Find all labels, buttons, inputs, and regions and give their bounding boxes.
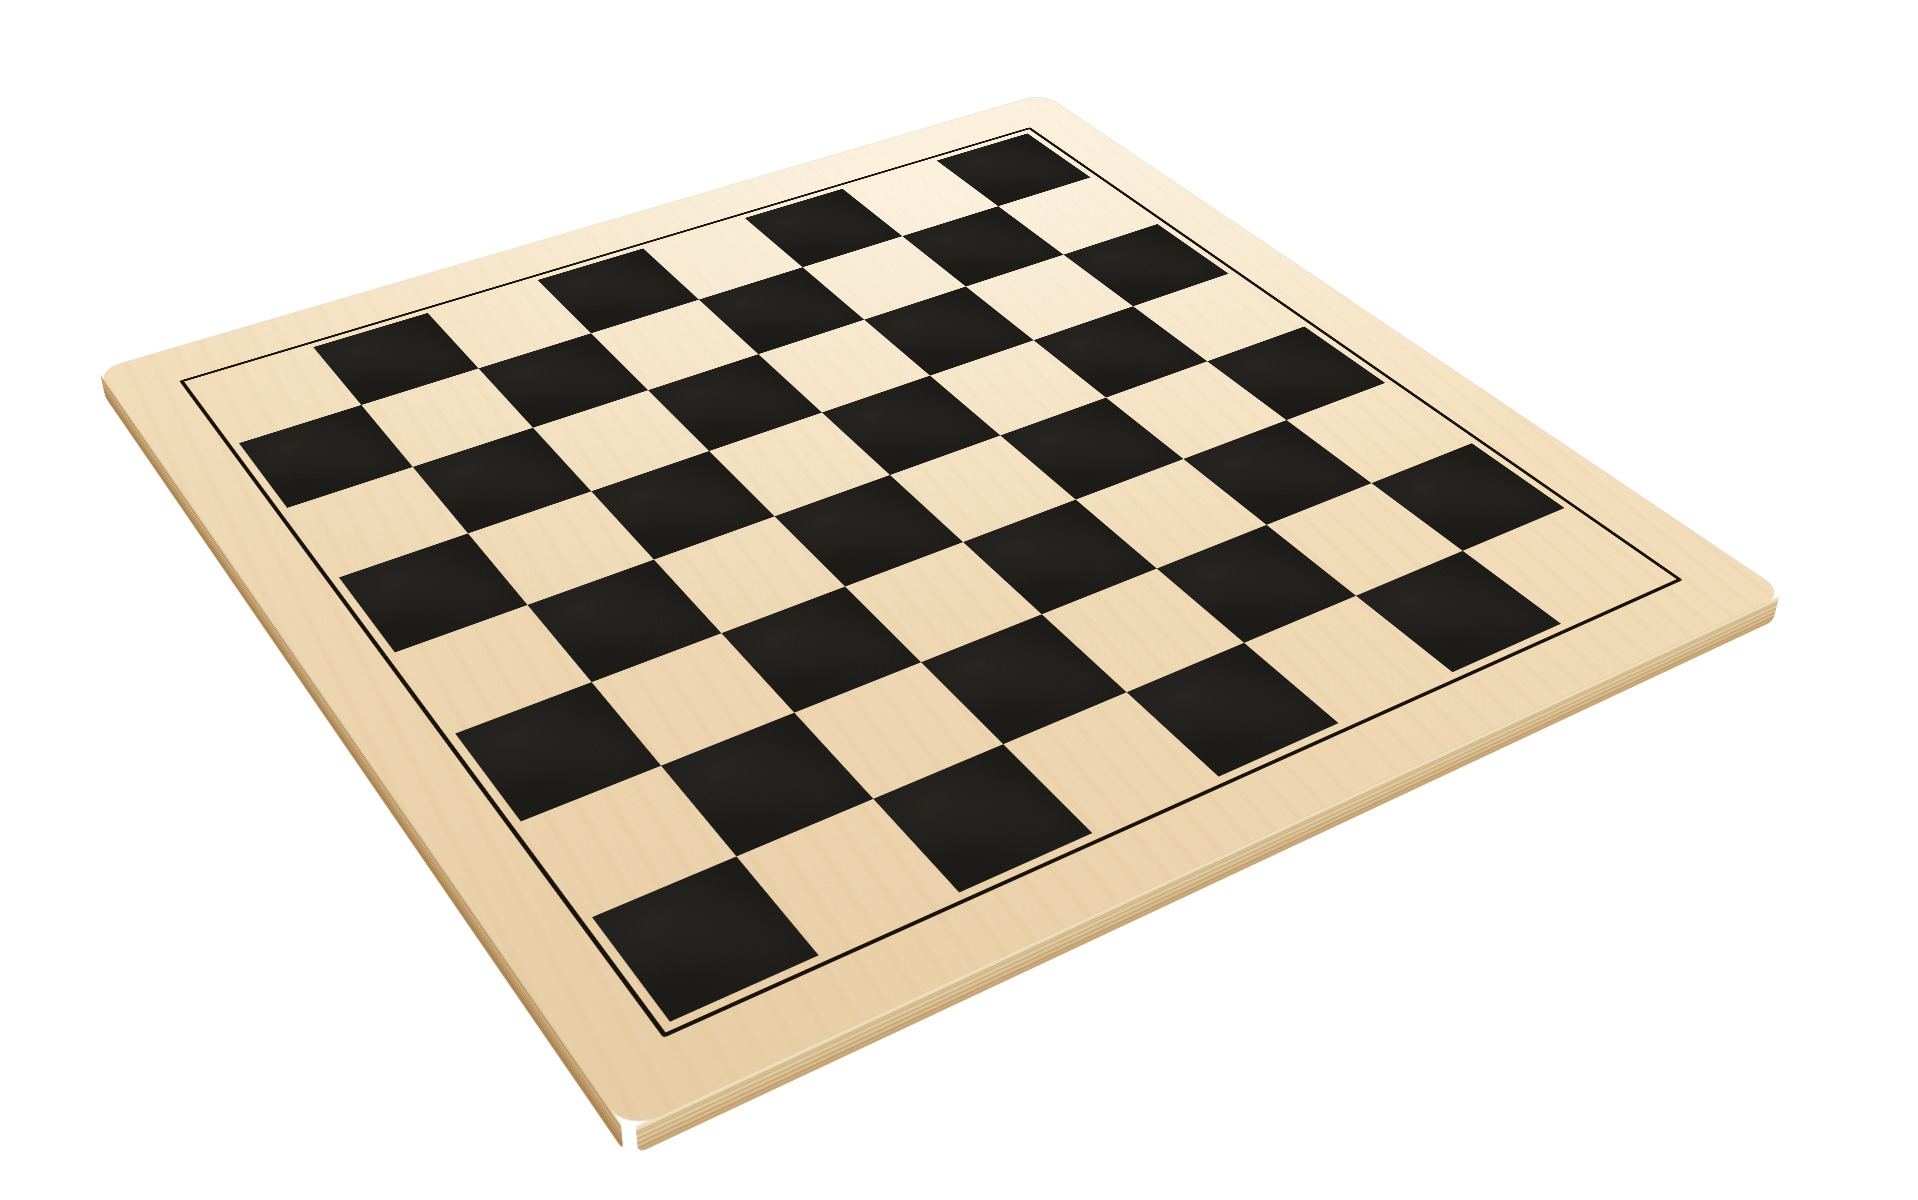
square-f1[interactable] <box>1244 596 1452 723</box>
square-h1[interactable] <box>1463 508 1665 624</box>
square-c3[interactable] <box>721 587 921 713</box>
square-b5[interactable] <box>468 491 654 605</box>
square-c1[interactable] <box>873 744 1092 892</box>
square-d3[interactable] <box>845 542 1042 662</box>
square-c2[interactable] <box>794 662 1003 799</box>
square-c4[interactable] <box>654 516 845 633</box>
board-grid <box>194 133 1664 1021</box>
square-d1[interactable] <box>1003 692 1218 833</box>
square-a3[interactable] <box>455 682 661 821</box>
square-a5[interactable] <box>339 533 527 652</box>
square-a4[interactable] <box>395 605 592 734</box>
square-a2[interactable] <box>521 766 737 918</box>
square-d4[interactable] <box>775 475 963 587</box>
square-f3[interactable] <box>1076 459 1267 569</box>
square-b2[interactable] <box>661 713 873 857</box>
square-b4[interactable] <box>527 560 721 683</box>
square-a6[interactable] <box>287 467 468 578</box>
square-e3[interactable] <box>963 500 1157 615</box>
square-b1[interactable] <box>736 799 959 955</box>
square-e1[interactable] <box>1127 643 1339 777</box>
board-top-surface <box>98 94 1785 1131</box>
chessboard <box>98 94 1785 1131</box>
square-g2[interactable] <box>1267 483 1463 596</box>
square-f2[interactable] <box>1157 525 1356 643</box>
square-e2[interactable] <box>1042 569 1244 693</box>
square-a1[interactable] <box>592 856 819 1021</box>
square-d2[interactable] <box>921 614 1127 744</box>
square-b3[interactable] <box>592 633 795 765</box>
square-g1[interactable] <box>1356 551 1561 672</box>
photo-background <box>0 0 1918 1200</box>
